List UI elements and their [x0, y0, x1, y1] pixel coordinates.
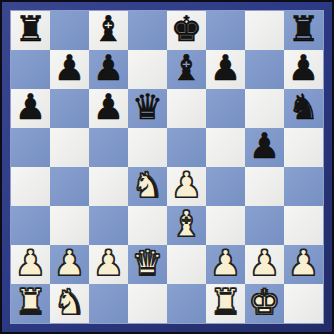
square-f2[interactable]: ♟	[206, 245, 245, 284]
black-pawn[interactable]: ♟	[249, 127, 280, 166]
square-f5[interactable]	[206, 128, 245, 167]
square-h3[interactable]	[284, 206, 323, 245]
square-h7[interactable]: ♟	[284, 50, 323, 89]
square-f1[interactable]: ♜	[206, 284, 245, 323]
white-king[interactable]: ♚	[249, 283, 280, 322]
square-g3[interactable]	[245, 206, 284, 245]
square-e3[interactable]: ♝	[167, 206, 206, 245]
square-g1[interactable]: ♚	[245, 284, 284, 323]
square-d6[interactable]: ♛	[128, 89, 167, 128]
square-e7[interactable]: ♝	[167, 50, 206, 89]
square-a8[interactable]: ♜	[11, 11, 50, 50]
black-pawn[interactable]: ♟	[54, 49, 85, 88]
square-c2[interactable]: ♟	[89, 245, 128, 284]
square-d2[interactable]: ♛	[128, 245, 167, 284]
black-knight[interactable]: ♞	[288, 88, 319, 127]
square-d1[interactable]	[128, 284, 167, 323]
black-pawn[interactable]: ♟	[93, 88, 124, 127]
black-pawn[interactable]: ♟	[210, 49, 241, 88]
white-rook[interactable]: ♜	[210, 283, 241, 322]
square-d3[interactable]	[128, 206, 167, 245]
black-rook[interactable]: ♜	[15, 10, 46, 49]
square-b4[interactable]	[50, 167, 89, 206]
square-c6[interactable]: ♟	[89, 89, 128, 128]
square-c4[interactable]	[89, 167, 128, 206]
white-pawn[interactable]: ♟	[249, 244, 280, 283]
square-g5[interactable]: ♟	[245, 128, 284, 167]
white-bishop[interactable]: ♝	[171, 205, 202, 244]
board-frame: ♜♝♚♜♟♟♝♟♟♟♟♛♞♟♞♟♝♟♟♟♛♟♟♟♜♞♜♚	[0, 0, 334, 334]
square-c3[interactable]	[89, 206, 128, 245]
chess-board: ♜♝♚♜♟♟♝♟♟♟♟♛♞♟♞♟♝♟♟♟♛♟♟♟♜♞♜♚	[10, 10, 324, 324]
square-f3[interactable]	[206, 206, 245, 245]
square-b7[interactable]: ♟	[50, 50, 89, 89]
square-e6[interactable]	[167, 89, 206, 128]
square-g7[interactable]	[245, 50, 284, 89]
square-d7[interactable]	[128, 50, 167, 89]
square-h1[interactable]	[284, 284, 323, 323]
square-e8[interactable]: ♚	[167, 11, 206, 50]
square-c5[interactable]	[89, 128, 128, 167]
white-knight[interactable]: ♞	[54, 283, 85, 322]
square-b6[interactable]	[50, 89, 89, 128]
square-b3[interactable]	[50, 206, 89, 245]
square-a6[interactable]: ♟	[11, 89, 50, 128]
black-bishop[interactable]: ♝	[93, 10, 124, 49]
square-d5[interactable]	[128, 128, 167, 167]
square-a4[interactable]	[11, 167, 50, 206]
square-d8[interactable]	[128, 11, 167, 50]
square-f6[interactable]	[206, 89, 245, 128]
square-h8[interactable]: ♜	[284, 11, 323, 50]
square-e5[interactable]	[167, 128, 206, 167]
black-king[interactable]: ♚	[171, 10, 202, 49]
square-e4[interactable]: ♟	[167, 167, 206, 206]
white-pawn[interactable]: ♟	[15, 244, 46, 283]
square-g4[interactable]	[245, 167, 284, 206]
white-queen[interactable]: ♛	[132, 244, 163, 283]
square-g8[interactable]	[245, 11, 284, 50]
black-rook[interactable]: ♜	[288, 10, 319, 49]
square-a3[interactable]	[11, 206, 50, 245]
square-h4[interactable]	[284, 167, 323, 206]
square-f8[interactable]	[206, 11, 245, 50]
black-bishop[interactable]: ♝	[171, 49, 202, 88]
square-f7[interactable]: ♟	[206, 50, 245, 89]
square-a5[interactable]	[11, 128, 50, 167]
white-pawn[interactable]: ♟	[93, 244, 124, 283]
square-h5[interactable]	[284, 128, 323, 167]
white-pawn[interactable]: ♟	[288, 244, 319, 283]
square-d4[interactable]: ♞	[128, 167, 167, 206]
white-pawn[interactable]: ♟	[54, 244, 85, 283]
square-b2[interactable]: ♟	[50, 245, 89, 284]
black-pawn[interactable]: ♟	[15, 88, 46, 127]
square-c7[interactable]: ♟	[89, 50, 128, 89]
square-c1[interactable]	[89, 284, 128, 323]
white-knight[interactable]: ♞	[132, 166, 163, 205]
square-b5[interactable]	[50, 128, 89, 167]
white-pawn[interactable]: ♟	[171, 166, 202, 205]
square-h2[interactable]: ♟	[284, 245, 323, 284]
square-g2[interactable]: ♟	[245, 245, 284, 284]
square-e1[interactable]	[167, 284, 206, 323]
white-pawn[interactable]: ♟	[210, 244, 241, 283]
square-a7[interactable]	[11, 50, 50, 89]
square-e2[interactable]	[167, 245, 206, 284]
square-f4[interactable]	[206, 167, 245, 206]
square-a1[interactable]: ♜	[11, 284, 50, 323]
square-b8[interactable]	[50, 11, 89, 50]
black-pawn[interactable]: ♟	[288, 49, 319, 88]
black-queen[interactable]: ♛	[132, 88, 163, 127]
black-pawn[interactable]: ♟	[93, 49, 124, 88]
square-a2[interactable]: ♟	[11, 245, 50, 284]
white-rook[interactable]: ♜	[15, 283, 46, 322]
square-b1[interactable]: ♞	[50, 284, 89, 323]
square-h6[interactable]: ♞	[284, 89, 323, 128]
square-c8[interactable]: ♝	[89, 11, 128, 50]
square-g6[interactable]	[245, 89, 284, 128]
